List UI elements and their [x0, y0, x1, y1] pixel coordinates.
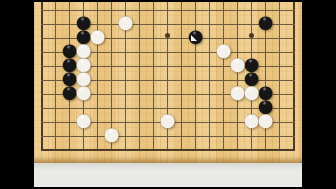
white-stone: ● — [119, 15, 133, 29]
stone-highlight — [80, 59, 85, 63]
stone-highlight — [94, 31, 99, 35]
grid-hline — [41, 149, 295, 151]
white-stone: ● — [245, 85, 259, 99]
stone-highlight — [262, 115, 267, 119]
stone-highlight — [248, 59, 253, 63]
black-stone: ● — [189, 29, 203, 43]
stone-highlight — [262, 17, 267, 21]
stone-highlight — [108, 129, 113, 133]
stone-highlight — [80, 31, 85, 35]
stone-highlight — [80, 17, 85, 21]
stone-highlight — [164, 115, 169, 119]
stone-highlight — [80, 45, 85, 49]
white-stone: ● — [231, 57, 245, 71]
letterbox-left — [0, 0, 34, 189]
stone-highlight — [66, 87, 71, 91]
stone-highlight — [80, 115, 85, 119]
star-point — [165, 33, 170, 38]
stone-highlight — [248, 87, 253, 91]
black-stone: ● — [259, 15, 273, 29]
letterbox-right — [302, 0, 336, 189]
white-stone: ● — [91, 29, 105, 43]
stone-highlight — [66, 73, 71, 77]
white-stone: ● — [161, 113, 175, 127]
white-stone: ● — [77, 113, 91, 127]
table-background — [34, 163, 302, 187]
white-stone: ● — [231, 85, 245, 99]
stone-highlight — [80, 73, 85, 77]
stone-highlight — [234, 87, 239, 91]
white-stone: ● — [217, 43, 231, 57]
go-board[interactable]: ●●●●●●●●●●●●●●●●●●●●●●●●●●● — [34, 2, 302, 163]
stone-highlight — [262, 87, 267, 91]
stone-highlight — [66, 45, 71, 49]
letterbox-bottom — [0, 187, 336, 189]
stone-highlight — [248, 73, 253, 77]
white-stone: ● — [105, 127, 119, 141]
grid-hline — [41, 136, 295, 137]
white-stone: ● — [259, 113, 273, 127]
stone-highlight — [122, 17, 127, 21]
white-stone: ● — [245, 113, 259, 127]
stone-highlight — [262, 101, 267, 105]
white-stone: ● — [77, 85, 91, 99]
last-move-marker — [191, 35, 197, 41]
stone-highlight — [66, 59, 71, 63]
stone-highlight — [234, 59, 239, 63]
stone-highlight — [220, 45, 225, 49]
stone-highlight — [248, 115, 253, 119]
screenshot-frame: ●●●●●●●●●●●●●●●●●●●●●●●●●●● — [0, 0, 336, 189]
star-point — [249, 33, 254, 38]
black-stone: ● — [63, 85, 77, 99]
stone-highlight — [80, 87, 85, 91]
letterbox-top — [0, 0, 336, 2]
